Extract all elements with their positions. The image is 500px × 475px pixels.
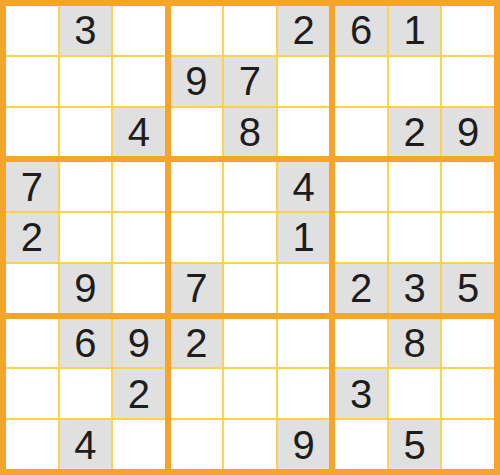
cell-r7c5[interactable] xyxy=(224,319,276,368)
cell-r9c9[interactable] xyxy=(442,420,494,469)
cell-r1c7[interactable]: 6 xyxy=(335,6,387,55)
cell-r1c8[interactable]: 1 xyxy=(389,6,441,55)
cell-r6c8[interactable]: 3 xyxy=(389,264,441,313)
cell-r2c9[interactable] xyxy=(442,57,494,106)
sudoku-box-5: 417 xyxy=(171,162,330,312)
cell-r2c8[interactable] xyxy=(389,57,441,106)
cell-r6c6[interactable] xyxy=(278,264,330,313)
cell-r5c1[interactable]: 2 xyxy=(6,213,58,262)
sudoku-box-3: 6129 xyxy=(335,6,494,156)
cell-r4c7[interactable] xyxy=(335,162,387,211)
sudoku-box-2: 2978 xyxy=(171,6,330,156)
cell-r4c5[interactable] xyxy=(224,162,276,211)
sudoku-box-4: 729 xyxy=(6,162,165,312)
cell-r8c7[interactable]: 3 xyxy=(335,369,387,418)
cell-r4c9[interactable] xyxy=(442,162,494,211)
cell-r8c6[interactable] xyxy=(278,369,330,418)
cell-r3c4[interactable] xyxy=(171,108,223,157)
cell-r8c4[interactable] xyxy=(171,369,223,418)
cell-r8c1[interactable] xyxy=(6,369,58,418)
sudoku-box-6: 235 xyxy=(335,162,494,312)
cell-r3c5[interactable]: 8 xyxy=(224,108,276,157)
cell-r8c8[interactable] xyxy=(389,369,441,418)
sudoku-box-9: 835 xyxy=(335,319,494,469)
cell-r3c1[interactable] xyxy=(6,108,58,157)
cell-r2c1[interactable] xyxy=(6,57,58,106)
cell-r7c6[interactable] xyxy=(278,319,330,368)
cell-r5c7[interactable] xyxy=(335,213,387,262)
sudoku-board: 3429786129729417235692429835 xyxy=(0,0,500,475)
cell-r7c1[interactable] xyxy=(6,319,58,368)
cell-r4c8[interactable] xyxy=(389,162,441,211)
cell-r3c8[interactable]: 2 xyxy=(389,108,441,157)
cell-r4c1[interactable]: 7 xyxy=(6,162,58,211)
sudoku-box-1: 34 xyxy=(6,6,165,156)
cell-r5c5[interactable] xyxy=(224,213,276,262)
cell-r1c9[interactable] xyxy=(442,6,494,55)
cell-r6c9[interactable]: 5 xyxy=(442,264,494,313)
cell-r9c8[interactable]: 5 xyxy=(389,420,441,469)
cell-r6c7[interactable]: 2 xyxy=(335,264,387,313)
cell-r5c3[interactable] xyxy=(113,213,165,262)
cell-r2c2[interactable] xyxy=(60,57,112,106)
cell-r5c2[interactable] xyxy=(60,213,112,262)
cell-r1c6[interactable]: 2 xyxy=(278,6,330,55)
cell-r7c3[interactable]: 9 xyxy=(113,319,165,368)
cell-r3c2[interactable] xyxy=(60,108,112,157)
cell-r4c4[interactable] xyxy=(171,162,223,211)
cell-r2c6[interactable] xyxy=(278,57,330,106)
cell-r1c5[interactable] xyxy=(224,6,276,55)
cell-r8c9[interactable] xyxy=(442,369,494,418)
cell-r6c5[interactable] xyxy=(224,264,276,313)
cell-r9c4[interactable] xyxy=(171,420,223,469)
cell-r5c9[interactable] xyxy=(442,213,494,262)
cell-r1c2[interactable]: 3 xyxy=(60,6,112,55)
cell-r7c4[interactable]: 2 xyxy=(171,319,223,368)
cell-r9c2[interactable]: 4 xyxy=(60,420,112,469)
cell-r7c7[interactable] xyxy=(335,319,387,368)
cell-r2c5[interactable]: 7 xyxy=(224,57,276,106)
cell-r9c5[interactable] xyxy=(224,420,276,469)
sudoku-box-7: 6924 xyxy=(6,319,165,469)
cell-r6c3[interactable] xyxy=(113,264,165,313)
cell-r3c6[interactable] xyxy=(278,108,330,157)
cell-r6c4[interactable]: 7 xyxy=(171,264,223,313)
cell-r8c5[interactable] xyxy=(224,369,276,418)
cell-r4c6[interactable]: 4 xyxy=(278,162,330,211)
cell-r5c4[interactable] xyxy=(171,213,223,262)
cell-r4c3[interactable] xyxy=(113,162,165,211)
cell-r1c3[interactable] xyxy=(113,6,165,55)
cell-r5c8[interactable] xyxy=(389,213,441,262)
cell-r9c1[interactable] xyxy=(6,420,58,469)
cell-r3c7[interactable] xyxy=(335,108,387,157)
cell-r6c2[interactable]: 9 xyxy=(60,264,112,313)
cell-r2c4[interactable]: 9 xyxy=(171,57,223,106)
cell-r8c3[interactable]: 2 xyxy=(113,369,165,418)
cell-r3c3[interactable]: 4 xyxy=(113,108,165,157)
cell-r7c8[interactable]: 8 xyxy=(389,319,441,368)
cell-r9c3[interactable] xyxy=(113,420,165,469)
cell-r2c3[interactable] xyxy=(113,57,165,106)
cell-r1c1[interactable] xyxy=(6,6,58,55)
cell-r5c6[interactable]: 1 xyxy=(278,213,330,262)
sudoku-box-8: 29 xyxy=(171,319,330,469)
cell-r1c4[interactable] xyxy=(171,6,223,55)
cell-r7c9[interactable] xyxy=(442,319,494,368)
cell-r4c2[interactable] xyxy=(60,162,112,211)
cell-r7c2[interactable]: 6 xyxy=(60,319,112,368)
cell-r8c2[interactable] xyxy=(60,369,112,418)
cell-r6c1[interactable] xyxy=(6,264,58,313)
cell-r2c7[interactable] xyxy=(335,57,387,106)
cell-r3c9[interactable]: 9 xyxy=(442,108,494,157)
cell-r9c6[interactable]: 9 xyxy=(278,420,330,469)
cell-r9c7[interactable] xyxy=(335,420,387,469)
